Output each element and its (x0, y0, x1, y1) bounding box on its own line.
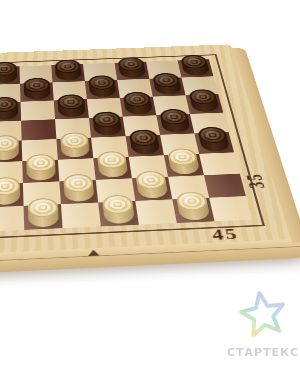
square-r5c4[interactable] (56, 138, 93, 160)
square-r2c3[interactable] (20, 82, 54, 101)
light-checker[interactable] (136, 179, 168, 198)
dark-checker[interactable] (23, 84, 50, 99)
checkers-board: 50 45 35 (0, 44, 300, 280)
frame-label-front-left: 50 (0, 237, 2, 253)
star-logo-icon (231, 282, 296, 347)
dark-checker[interactable] (118, 63, 146, 78)
dark-checker[interactable] (123, 99, 152, 115)
square-r6c3[interactable] (22, 160, 59, 183)
square-r3c4[interactable] (54, 99, 89, 119)
dark-checker[interactable] (198, 134, 230, 151)
square-r5c6[interactable] (126, 135, 164, 157)
dark-checker[interactable] (160, 116, 190, 133)
light-checker[interactable] (63, 182, 94, 201)
square-r7c2[interactable] (0, 183, 24, 208)
frame-label-right-side: 35 (243, 173, 268, 189)
light-checker[interactable] (26, 162, 56, 181)
square-r6c5[interactable] (93, 157, 132, 180)
light-checker[interactable] (168, 156, 200, 174)
square-r1c8[interactable] (178, 59, 214, 77)
dark-checker[interactable] (153, 79, 182, 94)
dark-checker[interactable] (55, 66, 82, 81)
square-r8c5[interactable] (98, 201, 139, 226)
light-checker[interactable] (0, 143, 19, 161)
dark-checker[interactable] (0, 68, 17, 83)
watermark: СТАРТЕКС (226, 286, 300, 359)
dark-checker[interactable] (57, 101, 85, 117)
light-checker[interactable] (176, 200, 210, 220)
board-surface: 50 45 35 (0, 44, 300, 280)
light-checker[interactable] (60, 140, 90, 158)
square-r7c4[interactable] (59, 180, 98, 204)
dark-checker[interactable] (181, 61, 210, 76)
square-r4c3[interactable] (21, 119, 56, 140)
square-r2c7[interactable] (149, 78, 185, 97)
square-r4c7[interactable] (156, 114, 194, 135)
playing-field (0, 59, 252, 233)
square-r1c4[interactable] (51, 64, 85, 82)
frame-label-front-right: 45 (211, 227, 241, 242)
dark-checker[interactable] (129, 137, 160, 155)
watermark-brand-text: СТАРТЕКС (226, 346, 300, 359)
square-r3c2[interactable] (0, 102, 21, 122)
registration-mark-icon (88, 250, 100, 256)
square-r5c2[interactable] (0, 140, 22, 162)
dark-checker[interactable] (93, 119, 122, 136)
square-r7c6[interactable] (132, 177, 172, 201)
light-checker[interactable] (27, 207, 58, 228)
square-r5c8[interactable] (194, 132, 234, 154)
square-r3c6[interactable] (120, 97, 156, 117)
square-r8c3[interactable] (24, 204, 63, 230)
square-r8c7[interactable] (172, 198, 214, 223)
square-r2c5[interactable] (85, 80, 120, 99)
square-r3c8[interactable] (186, 94, 224, 114)
square-r1c2[interactable] (0, 66, 20, 85)
light-checker[interactable] (0, 185, 20, 205)
square-r6c7[interactable] (164, 154, 204, 177)
light-checker[interactable] (97, 159, 128, 177)
square-r4c5[interactable] (89, 117, 126, 138)
dark-checker[interactable] (0, 104, 18, 120)
product-photo-stage: 50 45 35 СТАРТЕКС (0, 0, 300, 374)
dark-checker[interactable] (189, 96, 219, 112)
square-r7c8[interactable] (204, 174, 246, 198)
light-checker[interactable] (102, 203, 135, 223)
square-r1c6[interactable] (115, 62, 150, 80)
dark-checker[interactable] (88, 82, 116, 97)
